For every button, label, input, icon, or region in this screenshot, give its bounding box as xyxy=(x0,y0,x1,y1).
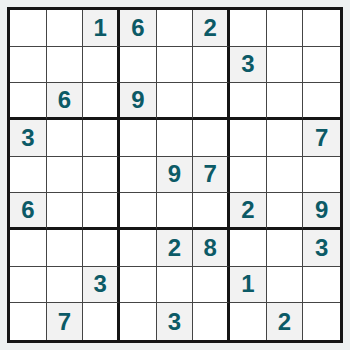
cell-r8c4[interactable] xyxy=(120,267,157,304)
cell-r5c1[interactable] xyxy=(10,157,47,194)
cell-r6c3[interactable] xyxy=(83,193,120,230)
cell-r2c7: 3 xyxy=(230,47,267,84)
cell-r9c9[interactable] xyxy=(303,303,340,340)
cell-r5c5: 9 xyxy=(157,157,194,194)
cell-r5c3[interactable] xyxy=(83,157,120,194)
cell-r4c8[interactable] xyxy=(267,120,304,157)
cell-r3c7[interactable] xyxy=(230,83,267,120)
cell-r4c6[interactable] xyxy=(193,120,230,157)
cell-r7c6: 8 xyxy=(193,230,230,267)
cell-r1c2[interactable] xyxy=(47,10,84,47)
cell-r6c1: 6 xyxy=(10,193,47,230)
cell-r8c7: 1 xyxy=(230,267,267,304)
cell-r3c3[interactable] xyxy=(83,83,120,120)
cell-r6c8[interactable] xyxy=(267,193,304,230)
cell-r7c7[interactable] xyxy=(230,230,267,267)
cell-r4c9: 7 xyxy=(303,120,340,157)
cell-r7c2[interactable] xyxy=(47,230,84,267)
cell-r5c4[interactable] xyxy=(120,157,157,194)
cell-r5c8[interactable] xyxy=(267,157,304,194)
cell-r3c8[interactable] xyxy=(267,83,304,120)
cell-r1c1[interactable] xyxy=(10,10,47,47)
cell-r2c2[interactable] xyxy=(47,47,84,84)
cell-r1c3: 1 xyxy=(83,10,120,47)
cell-r2c4[interactable] xyxy=(120,47,157,84)
cell-r9c1[interactable] xyxy=(10,303,47,340)
cell-r8c2[interactable] xyxy=(47,267,84,304)
cell-r2c6[interactable] xyxy=(193,47,230,84)
cell-r2c8[interactable] xyxy=(267,47,304,84)
cell-r9c2: 7 xyxy=(47,303,84,340)
cell-r8c3: 3 xyxy=(83,267,120,304)
cell-r1c7[interactable] xyxy=(230,10,267,47)
cell-r9c6[interactable] xyxy=(193,303,230,340)
cell-r3c1[interactable] xyxy=(10,83,47,120)
cell-r6c2[interactable] xyxy=(47,193,84,230)
cell-r4c4[interactable] xyxy=(120,120,157,157)
cell-r4c1: 3 xyxy=(10,120,47,157)
cell-r9c4[interactable] xyxy=(120,303,157,340)
cell-r6c5[interactable] xyxy=(157,193,194,230)
cell-r3c9[interactable] xyxy=(303,83,340,120)
cell-r9c5: 3 xyxy=(157,303,194,340)
cell-r3c5[interactable] xyxy=(157,83,194,120)
cell-r8c9[interactable] xyxy=(303,267,340,304)
cell-r5c6: 7 xyxy=(193,157,230,194)
cell-r6c4[interactable] xyxy=(120,193,157,230)
sudoku-page: 162369379762928331732 xyxy=(0,0,350,350)
cell-r3c6[interactable] xyxy=(193,83,230,120)
cell-r9c7[interactable] xyxy=(230,303,267,340)
cell-r9c8: 2 xyxy=(267,303,304,340)
cell-r1c8[interactable] xyxy=(267,10,304,47)
cell-r7c4[interactable] xyxy=(120,230,157,267)
cell-r3c4: 9 xyxy=(120,83,157,120)
cell-r5c9[interactable] xyxy=(303,157,340,194)
cell-r4c7[interactable] xyxy=(230,120,267,157)
cell-r2c9[interactable] xyxy=(303,47,340,84)
cell-r2c3[interactable] xyxy=(83,47,120,84)
sudoku-board: 162369379762928331732 xyxy=(7,7,343,343)
cell-r8c1[interactable] xyxy=(10,267,47,304)
cell-r5c7[interactable] xyxy=(230,157,267,194)
cell-r1c5[interactable] xyxy=(157,10,194,47)
cell-r8c5[interactable] xyxy=(157,267,194,304)
cell-r6c7: 2 xyxy=(230,193,267,230)
cell-r7c3[interactable] xyxy=(83,230,120,267)
cell-r4c2[interactable] xyxy=(47,120,84,157)
cell-r6c9: 9 xyxy=(303,193,340,230)
cell-r7c1[interactable] xyxy=(10,230,47,267)
cell-r1c4: 6 xyxy=(120,10,157,47)
cell-r7c8[interactable] xyxy=(267,230,304,267)
cell-r3c2: 6 xyxy=(47,83,84,120)
cell-r8c8[interactable] xyxy=(267,267,304,304)
cell-r6c6[interactable] xyxy=(193,193,230,230)
cell-r7c5: 2 xyxy=(157,230,194,267)
cell-r5c2[interactable] xyxy=(47,157,84,194)
cell-r9c3[interactable] xyxy=(83,303,120,340)
cell-r7c9: 3 xyxy=(303,230,340,267)
cell-r8c6[interactable] xyxy=(193,267,230,304)
cell-r2c5[interactable] xyxy=(157,47,194,84)
cell-r4c3[interactable] xyxy=(83,120,120,157)
cell-r1c6: 2 xyxy=(193,10,230,47)
cell-r2c1[interactable] xyxy=(10,47,47,84)
cell-r4c5[interactable] xyxy=(157,120,194,157)
cell-r1c9[interactable] xyxy=(303,10,340,47)
